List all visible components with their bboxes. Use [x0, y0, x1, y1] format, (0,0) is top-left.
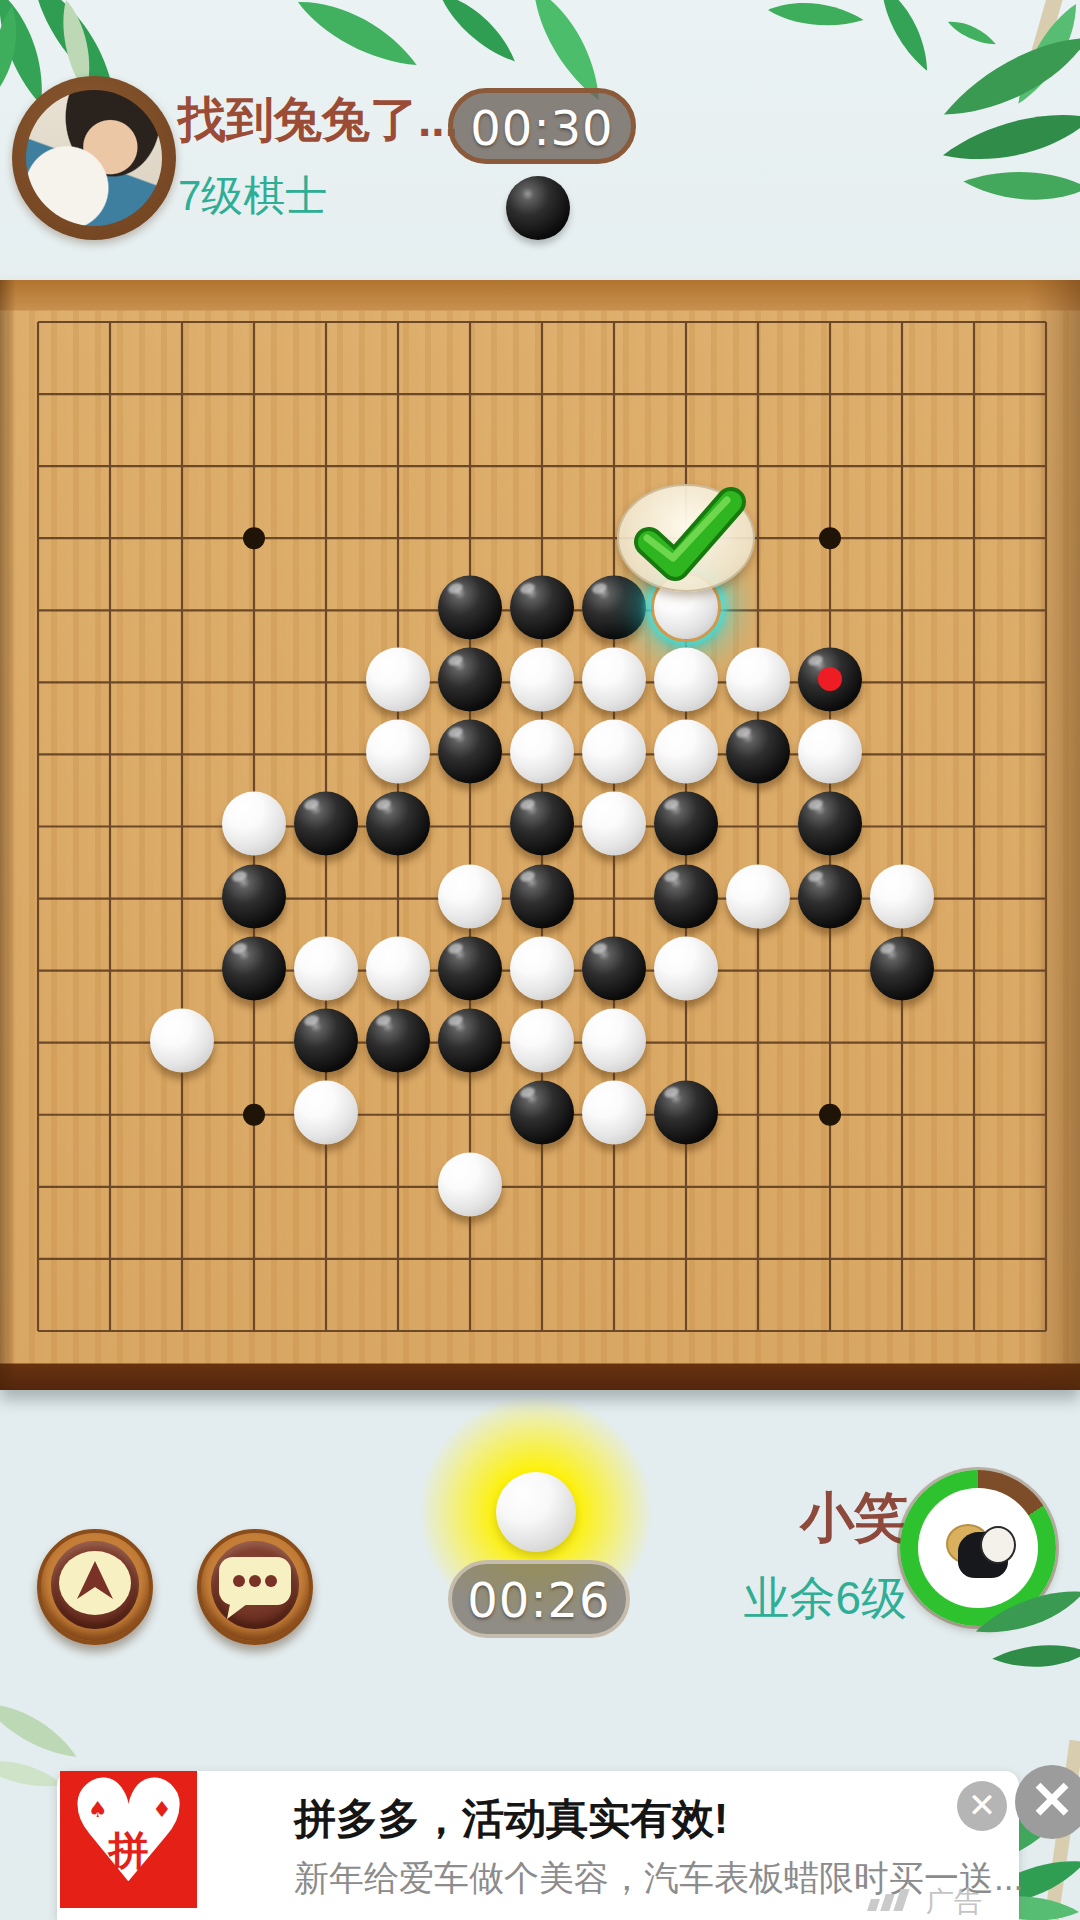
black-stone	[294, 792, 358, 856]
white-stone	[654, 720, 718, 784]
white-stone	[870, 864, 934, 928]
white-stone	[222, 792, 286, 856]
white-stone	[582, 648, 646, 712]
spade-icon: ♠	[88, 1797, 108, 1822]
gomoku-board[interactable]	[0, 280, 1080, 1390]
white-stone	[510, 1008, 574, 1072]
ad-choices-bars-icon	[869, 1889, 919, 1911]
ad-banner[interactable]: ♥ 拼 ♠ ♦ ☂ ♣ 拼多多，活动真实有效! 新年给爱车做个美容，汽车表板蜡限…	[57, 1771, 1019, 1920]
black-stone	[438, 1008, 502, 1072]
white-stone	[294, 936, 358, 1000]
top-player-stone-color-black	[506, 176, 570, 240]
black-stone	[582, 936, 646, 1000]
white-stone	[510, 648, 574, 712]
white-stone	[798, 720, 862, 784]
black-stone	[294, 1008, 358, 1072]
black-stone	[222, 936, 286, 1000]
ad-title: 拼多多，活动真实有效!	[294, 1791, 728, 1847]
black-stone	[366, 792, 430, 856]
black-stone	[438, 720, 502, 784]
black-stone	[654, 792, 718, 856]
top-player-rank: 7级棋士	[178, 168, 327, 224]
bottom-player-timer: 00:26	[448, 1560, 630, 1638]
white-stone	[294, 1080, 358, 1144]
black-stone	[438, 936, 502, 1000]
black-stone	[798, 864, 862, 928]
top-player-timer: 00:30	[448, 88, 636, 164]
black-stone	[726, 720, 790, 784]
black-stone	[366, 1008, 430, 1072]
white-stone	[582, 792, 646, 856]
black-stone	[510, 1080, 574, 1144]
last-black-move-marker	[818, 667, 842, 691]
white-stone	[726, 864, 790, 928]
black-stone	[510, 864, 574, 928]
black-stone	[438, 576, 502, 640]
white-stone	[150, 1008, 214, 1072]
ad-logo-char: 拼	[109, 1823, 149, 1878]
club-icon: ♣	[154, 1859, 174, 1884]
gomoku-game-screen: 找到兔兔了... 7级棋士 00:30	[0, 0, 1080, 1920]
white-stone	[654, 936, 718, 1000]
arrow-up-icon	[51, 1541, 139, 1629]
umbrella-icon: ☂	[86, 1859, 106, 1884]
black-stone	[870, 936, 934, 1000]
pinduoduo-logo-icon: ♥ 拼 ♠ ♦ ☂ ♣	[60, 1771, 197, 1908]
white-stone	[582, 1080, 646, 1144]
top-player-name: 找到兔兔了...	[178, 88, 458, 152]
ad-close-button[interactable]: ✕	[957, 1781, 1007, 1831]
ad-close-button-large[interactable]: ✕	[1015, 1765, 1080, 1839]
white-stone	[654, 648, 718, 712]
black-stone	[222, 864, 286, 928]
chat-bubble-icon	[211, 1541, 299, 1629]
black-stone	[654, 1080, 718, 1144]
undo-arrow-button[interactable]	[37, 1529, 153, 1645]
top-player-bar: 找到兔兔了... 7级棋士 00:30	[0, 0, 1080, 280]
white-stone	[366, 936, 430, 1000]
chat-button[interactable]	[197, 1529, 313, 1645]
confirm-move-button[interactable]	[617, 484, 755, 592]
black-stone	[438, 648, 502, 712]
top-player-avatar-photo	[26, 90, 162, 226]
white-stone	[438, 864, 502, 928]
white-stone	[366, 648, 430, 712]
white-stone	[510, 936, 574, 1000]
diamond-icon: ♦	[152, 1797, 172, 1822]
black-stone	[654, 864, 718, 928]
white-stone	[438, 1152, 502, 1216]
black-stone	[510, 576, 574, 640]
ad-label: 广告	[926, 1883, 982, 1920]
black-stone	[510, 792, 574, 856]
black-stone	[798, 792, 862, 856]
top-player-avatar[interactable]	[12, 76, 176, 240]
white-stone	[582, 720, 646, 784]
white-stone	[726, 648, 790, 712]
white-stone	[366, 720, 430, 784]
white-stone	[582, 1008, 646, 1072]
white-stone	[510, 720, 574, 784]
